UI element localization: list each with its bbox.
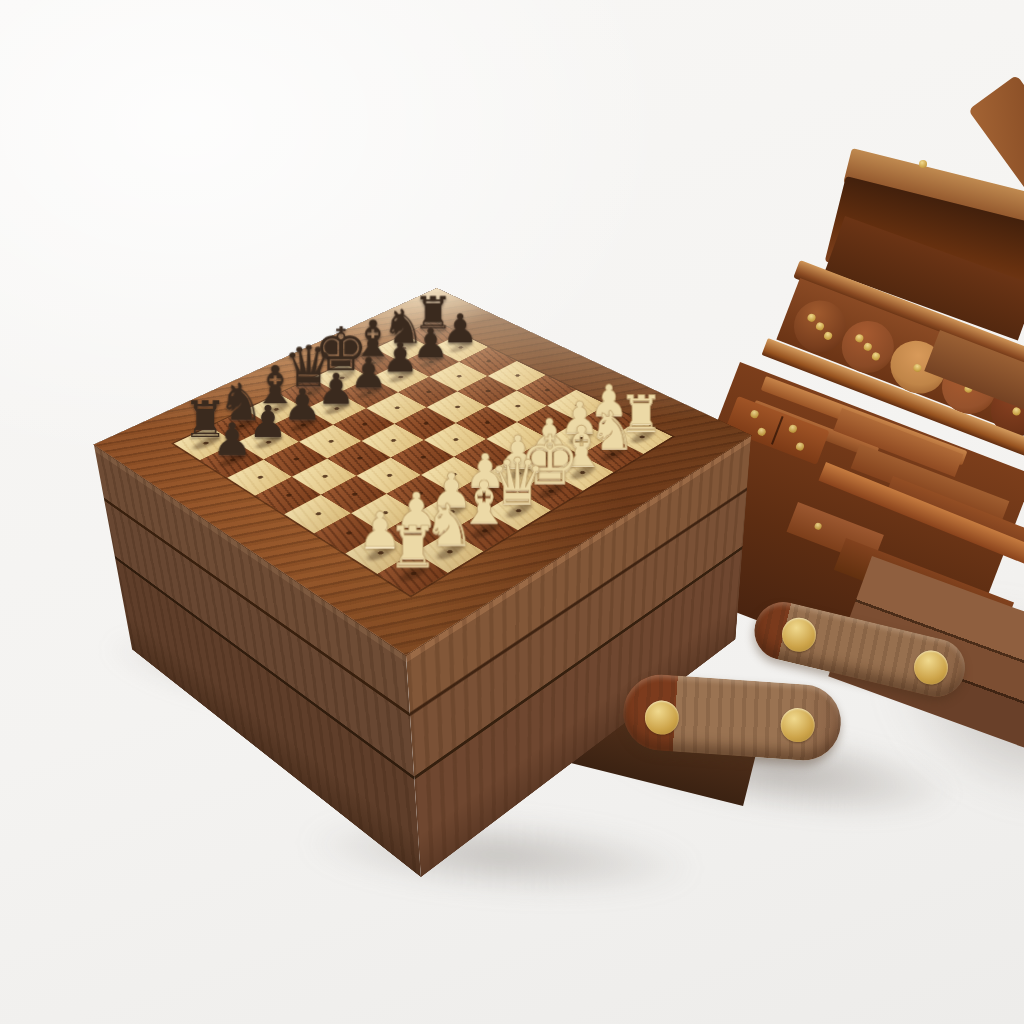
chess-box-left-face: [94, 445, 421, 878]
square-a8[interactable]: [174, 426, 237, 460]
black-n-glyph: ♞: [207, 377, 274, 428]
brass-roundel: [644, 699, 680, 735]
square-a2[interactable]: [345, 532, 414, 574]
square-f3[interactable]: [486, 422, 548, 456]
white-p-glyph: ♟: [342, 506, 417, 555]
die-pip: [854, 333, 864, 343]
black-p-glyph: ♟: [234, 400, 302, 444]
square-e7[interactable]: [339, 377, 398, 408]
square-h8[interactable]: [405, 321, 461, 348]
square-b2[interactable]: [382, 512, 450, 552]
square-h5[interactable]: [488, 361, 546, 391]
white-n-glyph: ♞: [578, 404, 647, 457]
brass-roundel: [778, 614, 819, 655]
square-a1[interactable]: [378, 552, 448, 595]
square-h3[interactable]: [547, 390, 607, 422]
black-p-glyph: ♟: [368, 337, 432, 378]
square-d3[interactable]: [421, 457, 485, 493]
square-h6[interactable]: [459, 347, 517, 376]
square-g2[interactable]: [548, 421, 610, 455]
white-p-glyph: ♟: [379, 486, 453, 534]
domino-pip: [788, 423, 798, 433]
black-k-glyph: ♚: [309, 320, 373, 380]
white-p-glyph: ♟: [483, 430, 553, 475]
square-c2[interactable]: [418, 493, 485, 532]
board-sheen: [94, 288, 751, 655]
black-p-glyph: ♟: [197, 417, 266, 462]
square-e8[interactable]: [312, 363, 371, 393]
square-f7[interactable]: [371, 362, 430, 392]
square-e2[interactable]: [485, 456, 549, 492]
square-e6[interactable]: [366, 392, 426, 424]
square-d1[interactable]: [485, 492, 552, 531]
latch-arm-lower[interactable]: [621, 672, 844, 763]
square-d8[interactable]: [279, 378, 339, 409]
square-f2[interactable]: [517, 438, 580, 473]
chess-board-top: ♜♞♝♛♚♝♞♜♟♟♟♟♟♟♟♟♟♟♟♟♟♟♟♟♜♞♝♛♚♝♞♜: [94, 288, 751, 655]
black-b-glyph: ♝: [242, 359, 308, 411]
white-p-glyph: ♟: [449, 448, 520, 494]
die-pip: [863, 342, 873, 352]
white-k-glyph: ♚: [514, 427, 585, 494]
black-p-glyph: ♟: [336, 352, 401, 394]
white-p-glyph: ♟: [515, 413, 584, 458]
square-g5[interactable]: [458, 376, 517, 407]
domino-pip: [795, 442, 805, 452]
square-g1[interactable]: [581, 437, 644, 472]
square-a5[interactable]: [255, 477, 321, 514]
lid-corner-plank: [968, 75, 1024, 191]
white-p-glyph: ♟: [576, 379, 643, 422]
domino-pip: [757, 427, 767, 437]
domino-groove: [771, 416, 784, 445]
square-b4[interactable]: [321, 476, 387, 513]
brass-roundel: [780, 707, 816, 743]
black-b-glyph: ♝: [341, 315, 404, 365]
white-p-glyph: ♟: [415, 467, 488, 514]
square-b1[interactable]: [415, 531, 484, 572]
square-h2[interactable]: [578, 405, 639, 438]
floor-shadow: [298, 804, 702, 907]
die-pip: [912, 363, 923, 374]
square-d4[interactable]: [391, 440, 454, 475]
square-a7[interactable]: [200, 443, 264, 478]
block-pip: [814, 522, 823, 531]
square-c7[interactable]: [272, 409, 334, 442]
square-h1[interactable]: [610, 420, 672, 454]
die-pip: [806, 312, 816, 322]
brass-roundel: [910, 647, 951, 688]
square-b8[interactable]: [210, 410, 272, 443]
square-d2[interactable]: [452, 474, 517, 511]
domino-pip: [749, 409, 759, 419]
square-b6[interactable]: [264, 442, 328, 477]
white-b-glyph: ♝: [547, 419, 617, 475]
square-c8[interactable]: [245, 394, 306, 426]
square-g8[interactable]: [375, 334, 432, 362]
black-p-glyph: ♟: [269, 384, 336, 427]
square-c6[interactable]: [299, 425, 361, 459]
square-d7[interactable]: [306, 393, 366, 425]
square-b7[interactable]: [237, 426, 300, 460]
square-c4[interactable]: [357, 458, 421, 494]
square-g6[interactable]: [429, 362, 487, 392]
white-n-glyph: ♞: [411, 496, 486, 554]
black-r-glyph: ♜: [171, 395, 239, 445]
square-c1[interactable]: [450, 511, 518, 551]
square-e1[interactable]: [518, 473, 583, 510]
square-h7[interactable]: [432, 334, 489, 362]
square-a3[interactable]: [314, 513, 382, 553]
square-h4[interactable]: [517, 375, 576, 406]
square-f6[interactable]: [398, 377, 457, 408]
square-a6[interactable]: [227, 459, 292, 495]
square-g3[interactable]: [517, 406, 578, 439]
square-e5[interactable]: [395, 407, 456, 440]
square-a4[interactable]: [284, 495, 351, 534]
square-b3[interactable]: [351, 494, 418, 533]
white-r-glyph: ♜: [374, 519, 451, 575]
die-pip: [871, 352, 881, 362]
die-pip: [823, 331, 833, 341]
square-c5[interactable]: [327, 441, 390, 476]
black-p-glyph: ♟: [429, 309, 491, 349]
square-f4[interactable]: [456, 406, 517, 439]
die-pip: [815, 321, 825, 331]
black-r-glyph: ♜: [402, 291, 463, 336]
square-f1[interactable]: [550, 455, 614, 491]
square-f5[interactable]: [427, 391, 487, 423]
square-g4[interactable]: [487, 391, 547, 423]
white-p-glyph: ♟: [546, 396, 614, 440]
square-c3[interactable]: [387, 475, 453, 512]
white-b-glyph: ♝: [447, 474, 521, 533]
white-r-glyph: ♜: [608, 389, 676, 439]
square-f8[interactable]: [344, 349, 402, 378]
black-q-glyph: ♛: [276, 338, 341, 395]
studio-photo-scene: ♜♞♝♛♚♝♞♜♟♟♟♟♟♟♟♟♟♟♟♟♟♟♟♟♜♞♝♛♚♝♞♜: [0, 0, 1024, 1024]
square-d6[interactable]: [333, 408, 394, 441]
chess-board-grid: ♜♞♝♛♚♝♞♜♟♟♟♟♟♟♟♟♟♟♟♟♟♟♟♟♜♞♝♛♚♝♞♜: [174, 321, 673, 596]
square-e3[interactable]: [454, 439, 517, 474]
square-g7[interactable]: [402, 348, 460, 377]
floor-shadow: [97, 619, 353, 733]
square-b5[interactable]: [292, 459, 357, 495]
brass-screw: [919, 160, 927, 168]
black-p-glyph: ♟: [399, 323, 462, 364]
square-d5[interactable]: [362, 424, 424, 458]
white-q-glyph: ♛: [481, 449, 554, 513]
black-p-glyph: ♟: [303, 368, 369, 411]
black-n-glyph: ♞: [372, 303, 434, 350]
square-e4[interactable]: [424, 423, 486, 457]
